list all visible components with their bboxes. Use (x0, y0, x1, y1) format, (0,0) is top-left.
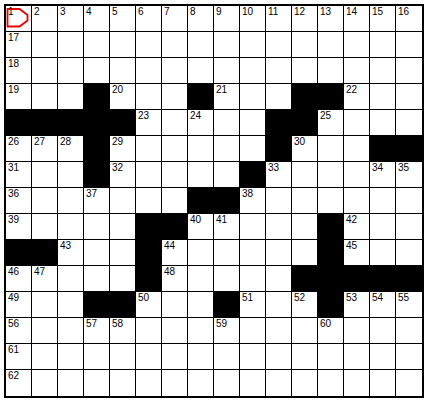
grid-cell[interactable]: 41 (214, 214, 240, 240)
grid-cell[interactable] (266, 370, 292, 396)
block-cell (136, 214, 162, 240)
cell-number: 1 (8, 7, 14, 17)
grid-cell[interactable]: 40 (188, 214, 214, 240)
grid-cell[interactable] (214, 32, 240, 58)
grid-cell[interactable] (370, 58, 396, 84)
grid-cell[interactable]: 50 (136, 292, 162, 318)
cell-number: 15 (372, 7, 383, 17)
grid-cell[interactable] (318, 162, 344, 188)
grid-cell[interactable] (188, 318, 214, 344)
grid-cell[interactable]: 52 (292, 292, 318, 318)
grid-cell[interactable] (266, 214, 292, 240)
grid-cell[interactable] (188, 266, 214, 292)
grid-cell[interactable] (84, 32, 110, 58)
block-cell (318, 292, 344, 318)
grid-cell[interactable] (162, 136, 188, 162)
grid-cell[interactable]: 59 (214, 318, 240, 344)
cell-number: 60 (320, 319, 331, 329)
grid-cell[interactable] (240, 240, 266, 266)
grid-cell[interactable]: 22 (344, 84, 370, 110)
cell-number: 20 (112, 85, 123, 95)
block-cell (318, 84, 344, 110)
grid-cell[interactable]: 54 (370, 292, 396, 318)
grid-cell[interactable] (188, 32, 214, 58)
grid-cell[interactable] (292, 162, 318, 188)
block-cell (370, 136, 396, 162)
grid-cell[interactable] (214, 266, 240, 292)
grid-cell[interactable] (266, 58, 292, 84)
cell-number: 21 (216, 85, 227, 95)
cell-number: 49 (8, 293, 19, 303)
grid-cell[interactable]: 4 (84, 6, 110, 32)
cell-number: 18 (8, 59, 19, 69)
grid-cell[interactable] (266, 344, 292, 370)
grid-cell[interactable] (292, 32, 318, 58)
grid-cell[interactable]: 44 (162, 240, 188, 266)
block-cell (396, 266, 422, 292)
grid-cell[interactable] (240, 370, 266, 396)
grid-cell[interactable]: 34 (370, 162, 396, 188)
grid-cell[interactable] (370, 318, 396, 344)
grid-cell[interactable] (136, 136, 162, 162)
grid-cell[interactable] (370, 32, 396, 58)
grid-cell[interactable] (240, 110, 266, 136)
grid-cell[interactable] (188, 292, 214, 318)
cell-number: 54 (372, 293, 383, 303)
grid-cell[interactable] (370, 188, 396, 214)
grid-cell[interactable] (214, 344, 240, 370)
grid-cell[interactable]: 2 (32, 6, 58, 32)
grid-cell[interactable] (58, 318, 84, 344)
cell-number: 30 (294, 137, 305, 147)
grid-cell[interactable] (240, 58, 266, 84)
grid-cell[interactable]: 62 (6, 370, 32, 396)
grid-cell[interactable] (396, 318, 422, 344)
cell-number: 39 (8, 215, 19, 225)
grid-cell[interactable]: 7 (162, 6, 188, 32)
grid-cell[interactable] (32, 344, 58, 370)
grid-cell[interactable]: 60 (318, 318, 344, 344)
grid-cell[interactable]: 49 (6, 292, 32, 318)
grid-cell[interactable] (344, 58, 370, 84)
grid-cell[interactable]: 32 (110, 162, 136, 188)
cell-number: 45 (346, 241, 357, 251)
cell-number: 8 (190, 7, 196, 17)
grid-cell[interactable] (188, 240, 214, 266)
grid-cell[interactable] (84, 370, 110, 396)
grid-cell[interactable] (162, 32, 188, 58)
grid-cell[interactable]: 48 (162, 266, 188, 292)
cell-number: 51 (242, 293, 253, 303)
grid-cell[interactable] (110, 240, 136, 266)
grid-cell[interactable] (240, 266, 266, 292)
grid-cell[interactable]: 24 (188, 110, 214, 136)
grid-cell[interactable] (370, 110, 396, 136)
grid-cell[interactable] (214, 58, 240, 84)
grid-cell[interactable] (396, 370, 422, 396)
block-cell (32, 240, 58, 266)
grid-cell[interactable] (344, 110, 370, 136)
grid-cell[interactable] (396, 188, 422, 214)
cell-number: 27 (34, 137, 45, 147)
grid-cell[interactable]: 35 (396, 162, 422, 188)
cell-number: 22 (346, 85, 357, 95)
grid-cell[interactable]: 51 (240, 292, 266, 318)
grid-cell[interactable] (58, 344, 84, 370)
grid-cell[interactable]: 56 (6, 318, 32, 344)
block-cell (292, 266, 318, 292)
cell-number: 25 (320, 111, 331, 121)
cell-number: 9 (216, 7, 222, 17)
grid-cell[interactable] (162, 292, 188, 318)
grid-cell[interactable] (84, 344, 110, 370)
grid-cell[interactable]: 30 (292, 136, 318, 162)
grid-cell[interactable] (84, 240, 110, 266)
grid-cell[interactable] (292, 58, 318, 84)
cell-number: 61 (8, 345, 19, 355)
grid-cell[interactable]: 37 (84, 188, 110, 214)
grid-cell[interactable] (110, 266, 136, 292)
grid-cell[interactable] (240, 32, 266, 58)
grid-cell[interactable] (344, 32, 370, 58)
grid-cell[interactable] (110, 370, 136, 396)
block-cell (214, 188, 240, 214)
grid-cell[interactable] (396, 110, 422, 136)
cell-number: 37 (86, 189, 97, 199)
block-cell (188, 84, 214, 110)
grid-cell[interactable] (32, 58, 58, 84)
grid-cell[interactable] (370, 240, 396, 266)
grid-cell[interactable]: 36 (6, 188, 32, 214)
grid-cell[interactable]: 15 (370, 6, 396, 32)
block-cell (292, 84, 318, 110)
cell-number: 19 (8, 85, 19, 95)
block-cell (58, 110, 84, 136)
block-cell (318, 214, 344, 240)
grid-cell[interactable] (240, 318, 266, 344)
grid-cell[interactable]: 31 (6, 162, 32, 188)
grid-cell[interactable] (370, 344, 396, 370)
cell-number: 47 (34, 267, 45, 277)
grid-cell[interactable] (188, 58, 214, 84)
grid-cell[interactable] (162, 110, 188, 136)
cell-number: 56 (8, 319, 19, 329)
grid-cell[interactable]: 1 (6, 6, 32, 32)
grid-cell[interactable] (58, 58, 84, 84)
grid-cell[interactable] (266, 240, 292, 266)
grid-cell[interactable] (32, 214, 58, 240)
cell-number: 17 (8, 33, 19, 43)
grid-cell[interactable] (84, 214, 110, 240)
grid-cell[interactable]: 14 (344, 6, 370, 32)
grid-cell[interactable] (58, 162, 84, 188)
cell-number: 14 (346, 7, 357, 17)
cell-number: 44 (164, 241, 175, 251)
cell-number: 2 (34, 7, 40, 17)
cell-number: 43 (60, 241, 71, 251)
grid-cell[interactable] (292, 344, 318, 370)
grid-cell[interactable] (136, 344, 162, 370)
cell-number: 26 (8, 137, 19, 147)
grid-cell[interactable]: 12 (292, 6, 318, 32)
grid-cell[interactable] (110, 32, 136, 58)
block-cell (266, 136, 292, 162)
cell-number: 55 (398, 293, 409, 303)
block-cell (396, 136, 422, 162)
grid-cell[interactable] (58, 370, 84, 396)
block-cell (292, 110, 318, 136)
cell-number: 31 (8, 163, 19, 173)
grid-cell[interactable] (344, 188, 370, 214)
grid-cell[interactable]: 6 (136, 6, 162, 32)
grid-cell[interactable] (266, 266, 292, 292)
grid-cell[interactable]: 9 (214, 6, 240, 32)
cell-number: 35 (398, 163, 409, 173)
grid-cell[interactable] (318, 58, 344, 84)
grid-cell[interactable] (162, 318, 188, 344)
grid-cell[interactable] (214, 110, 240, 136)
cell-number: 33 (268, 163, 279, 173)
block-cell (370, 266, 396, 292)
cell-number: 40 (190, 215, 201, 225)
grid-cell[interactable] (162, 370, 188, 396)
block-cell (84, 136, 110, 162)
grid-cell[interactable] (266, 32, 292, 58)
grid-cell[interactable]: 16 (396, 6, 422, 32)
grid-cell[interactable] (370, 84, 396, 110)
grid-cell[interactable]: 26 (6, 136, 32, 162)
grid-cell[interactable]: 47 (32, 266, 58, 292)
grid-cell[interactable]: 29 (110, 136, 136, 162)
grid-cell[interactable]: 13 (318, 6, 344, 32)
block-cell (162, 214, 188, 240)
cell-number: 50 (138, 293, 149, 303)
grid-cell[interactable] (58, 188, 84, 214)
block-cell (318, 266, 344, 292)
grid-cell[interactable] (84, 58, 110, 84)
grid-cell[interactable] (396, 344, 422, 370)
grid-cell[interactable] (292, 370, 318, 396)
grid-cell[interactable] (344, 136, 370, 162)
grid-cell[interactable] (188, 344, 214, 370)
grid-cell[interactable] (188, 136, 214, 162)
block-cell (214, 292, 240, 318)
crossword-page: 1234567891011121314151617181920212223242… (0, 0, 427, 403)
grid-cell[interactable]: 8 (188, 6, 214, 32)
grid-cell[interactable] (58, 214, 84, 240)
grid-cell[interactable] (32, 32, 58, 58)
grid-cell[interactable] (344, 370, 370, 396)
grid-cell[interactable] (162, 344, 188, 370)
cell-number: 16 (398, 7, 409, 17)
cell-number: 13 (320, 7, 331, 17)
grid-cell[interactable]: 28 (58, 136, 84, 162)
grid-cell[interactable] (32, 370, 58, 396)
grid-cell[interactable]: 20 (110, 84, 136, 110)
grid-cell[interactable] (266, 188, 292, 214)
grid-cell[interactable] (266, 318, 292, 344)
grid-cell[interactable]: 5 (110, 6, 136, 32)
cell-number: 28 (60, 137, 71, 147)
grid-cell[interactable] (136, 32, 162, 58)
grid-cell[interactable] (240, 136, 266, 162)
grid-cell[interactable] (370, 370, 396, 396)
grid-cell[interactable] (396, 214, 422, 240)
grid-cell[interactable] (58, 32, 84, 58)
cell-number: 36 (8, 189, 19, 199)
cell-number: 6 (138, 7, 144, 17)
grid-cell[interactable] (110, 58, 136, 84)
grid-cell[interactable]: 58 (110, 318, 136, 344)
grid-cell[interactable] (240, 214, 266, 240)
grid-cell[interactable]: 61 (6, 344, 32, 370)
grid-cell[interactable] (136, 188, 162, 214)
grid-cell[interactable] (214, 162, 240, 188)
cell-number: 41 (216, 215, 227, 225)
grid-cell[interactable]: 19 (6, 84, 32, 110)
grid-cell[interactable] (84, 266, 110, 292)
grid-cell[interactable] (162, 188, 188, 214)
grid-cell[interactable]: 42 (344, 214, 370, 240)
block-cell (266, 110, 292, 136)
block-cell (84, 162, 110, 188)
grid-cell[interactable] (162, 84, 188, 110)
grid-cell[interactable] (240, 84, 266, 110)
grid-cell[interactable]: 18 (6, 58, 32, 84)
crossword-board: 1234567891011121314151617181920212223242… (4, 4, 424, 398)
cell-number: 52 (294, 293, 305, 303)
grid-cell[interactable] (318, 32, 344, 58)
grid-cell[interactable]: 21 (214, 84, 240, 110)
block-cell (6, 240, 32, 266)
grid-cell[interactable] (292, 188, 318, 214)
grid-cell[interactable] (396, 240, 422, 266)
block-cell (84, 84, 110, 110)
grid-cell[interactable]: 3 (58, 6, 84, 32)
cell-number: 53 (346, 293, 357, 303)
grid-cell[interactable] (266, 84, 292, 110)
grid-cell[interactable] (318, 136, 344, 162)
grid-cell[interactable] (110, 214, 136, 240)
grid-cell[interactable] (292, 240, 318, 266)
grid-cell[interactable] (136, 318, 162, 344)
cell-number: 7 (164, 7, 170, 17)
grid-cell[interactable] (396, 32, 422, 58)
block-cell (136, 240, 162, 266)
cell-number: 57 (86, 319, 97, 329)
grid-cell[interactable] (32, 188, 58, 214)
grid-cell[interactable]: 17 (6, 32, 32, 58)
cell-number: 24 (190, 111, 201, 121)
grid-cell[interactable]: 39 (6, 214, 32, 240)
grid-cell[interactable] (162, 58, 188, 84)
grid-cell[interactable] (136, 84, 162, 110)
grid-cell[interactable] (318, 344, 344, 370)
grid-cell[interactable] (110, 188, 136, 214)
grid-cell[interactable]: 45 (344, 240, 370, 266)
grid-cell[interactable] (188, 162, 214, 188)
grid-cell[interactable]: 53 (344, 292, 370, 318)
grid-cell[interactable] (188, 370, 214, 396)
cell-number: 38 (242, 189, 253, 199)
block-cell (84, 292, 110, 318)
cell-number: 62 (8, 371, 19, 381)
grid-cell[interactable] (32, 318, 58, 344)
grid-cell[interactable] (318, 370, 344, 396)
cell-number: 46 (8, 267, 19, 277)
grid-cell[interactable] (396, 84, 422, 110)
cell-number: 5 (112, 7, 118, 17)
grid-cell[interactable] (344, 344, 370, 370)
grid-cell[interactable] (292, 214, 318, 240)
grid-cell[interactable]: 33 (266, 162, 292, 188)
grid-cell[interactable] (32, 292, 58, 318)
grid-cell[interactable]: 43 (58, 240, 84, 266)
grid-cell[interactable] (292, 318, 318, 344)
block-cell (318, 240, 344, 266)
block-cell (84, 110, 110, 136)
block-cell (344, 266, 370, 292)
cell-number: 29 (112, 137, 123, 147)
cell-number: 23 (138, 111, 149, 121)
cell-number: 58 (112, 319, 123, 329)
cell-number: 10 (242, 7, 253, 17)
grid-cell[interactable] (32, 84, 58, 110)
grid-cell[interactable]: 57 (84, 318, 110, 344)
grid-cell[interactable] (344, 318, 370, 344)
grid-cell[interactable] (214, 136, 240, 162)
grid-cell[interactable] (214, 240, 240, 266)
grid-cell[interactable]: 25 (318, 110, 344, 136)
cell-number: 32 (112, 163, 123, 173)
block-cell (240, 162, 266, 188)
grid-cell[interactable] (214, 370, 240, 396)
grid-cell[interactable] (58, 84, 84, 110)
grid-cell[interactable] (58, 292, 84, 318)
grid-cell[interactable]: 55 (396, 292, 422, 318)
grid-cell[interactable] (32, 162, 58, 188)
block-cell (110, 110, 136, 136)
block-cell (6, 110, 32, 136)
grid-cell[interactable]: 46 (6, 266, 32, 292)
grid-cell[interactable] (58, 266, 84, 292)
grid-cell[interactable] (344, 162, 370, 188)
block-cell (110, 292, 136, 318)
grid-cell[interactable] (136, 370, 162, 396)
cell-number: 11 (268, 7, 278, 17)
cell-number: 34 (372, 163, 383, 173)
grid-cell[interactable]: 23 (136, 110, 162, 136)
grid-cell[interactable] (136, 58, 162, 84)
grid-cell[interactable] (266, 292, 292, 318)
cell-number: 42 (346, 215, 357, 225)
cell-number: 48 (164, 267, 175, 277)
block-cell (136, 266, 162, 292)
grid-cell[interactable]: 38 (240, 188, 266, 214)
grid-cell[interactable]: 27 (32, 136, 58, 162)
grid-cell[interactable] (318, 188, 344, 214)
grid-cell[interactable] (396, 58, 422, 84)
cell-number: 3 (60, 7, 66, 17)
grid-cell[interactable]: 10 (240, 6, 266, 32)
grid-cell[interactable] (110, 344, 136, 370)
grid-cell[interactable]: 11 (266, 6, 292, 32)
grid-cell[interactable] (136, 162, 162, 188)
grid-cell[interactable] (162, 162, 188, 188)
grid-cell[interactable] (370, 214, 396, 240)
grid-cell[interactable] (240, 344, 266, 370)
block-cell (32, 110, 58, 136)
